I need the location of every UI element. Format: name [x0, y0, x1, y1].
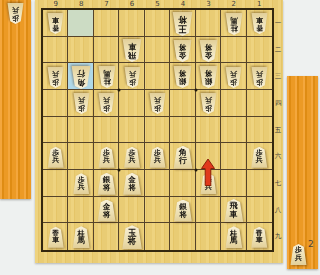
rank-label-3: 三 — [274, 63, 283, 90]
cell-5i[interactable] — [145, 223, 170, 250]
file-label-9: 9 — [43, 0, 68, 9]
piece-kanji: 行 — [77, 69, 85, 77]
cell-8f[interactable] — [68, 143, 93, 170]
sente-hand-pawn-count: 2 — [308, 239, 314, 249]
piece-kanji: 兵 — [154, 97, 161, 104]
rank-label-8: 八 — [274, 197, 283, 224]
cell-2e[interactable] — [221, 117, 246, 144]
piece-kanji: 将 — [179, 70, 187, 78]
cell-9e[interactable] — [43, 117, 68, 144]
piece-kanji: 兵 — [78, 184, 85, 191]
cell-2d[interactable] — [221, 90, 246, 117]
cell-9b[interactable] — [43, 37, 68, 64]
cell-3i[interactable] — [196, 223, 221, 250]
rank-label-2: 二 — [274, 37, 283, 64]
cell-8e[interactable] — [68, 117, 93, 144]
piece-kanji: 兵 — [256, 157, 263, 164]
piece-kanji: 香 — [256, 24, 263, 31]
piece-kanji: 歩 — [230, 77, 237, 84]
cell-5c[interactable] — [145, 63, 170, 90]
star-point — [118, 89, 121, 92]
piece-kanji: 銀 — [179, 77, 187, 85]
piece-kanji: 兵 — [256, 70, 263, 77]
piece-kanji: 将 — [179, 15, 188, 24]
cell-8h[interactable] — [68, 197, 93, 224]
piece-角行-8c[interactable]: 角行 — [71, 66, 91, 89]
star-point — [118, 169, 121, 172]
rank-label-4: 四 — [274, 90, 283, 117]
piece-歩兵-6f[interactable]: 歩兵 — [124, 147, 141, 168]
piece-飛車-2h[interactable]: 飛車 — [224, 199, 244, 222]
rank-label-7: 七 — [274, 170, 283, 197]
cell-1h[interactable] — [247, 197, 272, 224]
file-label-4: 4 — [170, 0, 195, 9]
piece-kanji: 車 — [52, 237, 59, 244]
piece-香車-9a[interactable]: 香車 — [47, 13, 64, 34]
piece-香車-1a[interactable]: 香車 — [251, 13, 268, 34]
piece-kanji: 兵 — [295, 255, 302, 262]
cell-4e[interactable] — [170, 117, 195, 144]
piece-銀将-3c[interactable]: 銀将 — [199, 66, 218, 88]
piece-kanji: 将 — [205, 43, 213, 51]
rank-label-6: 六 — [274, 143, 283, 170]
piece-kanji: 将 — [205, 70, 213, 78]
cell-9d[interactable] — [43, 90, 68, 117]
cell-2b[interactable] — [221, 37, 246, 64]
rank-label-1: 一 — [274, 10, 283, 37]
piece-kanji: 将 — [179, 43, 187, 51]
piece-kanji: 歩 — [52, 77, 59, 84]
piece-kanji: 角 — [77, 77, 85, 85]
shogi-app: 987654321一二三四五六七八九香車王将桂馬香車飛車金将金将歩兵角行桂馬歩兵… — [0, 0, 320, 275]
piece-kanji: 歩 — [12, 14, 19, 21]
cell-6h[interactable] — [119, 197, 144, 224]
piece-桂馬-2a[interactable]: 桂馬 — [225, 13, 243, 35]
cell-2f[interactable] — [221, 143, 246, 170]
cell-8b[interactable] — [68, 37, 93, 64]
piece-kanji: 兵 — [205, 97, 212, 104]
piece-kanji: 兵 — [52, 157, 59, 164]
cell-6d[interactable] — [119, 90, 144, 117]
piece-kanji: 馬 — [230, 237, 238, 245]
piece-kanji: 兵 — [129, 70, 136, 77]
piece-kanji: 兵 — [12, 6, 19, 13]
cell-5b[interactable] — [145, 37, 170, 64]
piece-kanji: 兵 — [52, 70, 59, 77]
piece-kanji: 歩 — [103, 104, 110, 111]
piece-金将-7h[interactable]: 金将 — [97, 200, 116, 222]
piece-桂馬-2i[interactable]: 桂馬 — [225, 226, 243, 248]
cell-7a[interactable] — [94, 10, 119, 37]
piece-kanji: 将 — [128, 184, 136, 192]
piece-歩兵-2c[interactable]: 歩兵 — [225, 67, 242, 88]
cell-3e[interactable] — [196, 117, 221, 144]
piece-香車-9i[interactable]: 香車 — [47, 227, 64, 248]
cell-3a[interactable] — [196, 10, 221, 37]
cell-1e[interactable] — [247, 117, 272, 144]
piece-歩兵-5d[interactable]: 歩兵 — [149, 93, 166, 114]
rank-label-5: 五 — [274, 117, 283, 144]
piece-kanji: 将 — [103, 211, 111, 219]
cell-9h[interactable] — [43, 197, 68, 224]
piece-kanji: 王 — [179, 24, 188, 33]
piece-kanji: 車 — [52, 17, 59, 24]
cell-7e[interactable] — [94, 117, 119, 144]
piece-歩兵-9c[interactable]: 歩兵 — [47, 67, 64, 88]
cell-4d[interactable] — [170, 90, 195, 117]
file-label-8: 8 — [68, 0, 93, 9]
piece-歩兵-8g[interactable]: 歩兵 — [73, 173, 90, 194]
piece-歩兵-8d[interactable]: 歩兵 — [73, 93, 90, 114]
cell-7b[interactable] — [94, 37, 119, 64]
piece-桂馬-8i[interactable]: 桂馬 — [72, 226, 90, 248]
file-label-7: 7 — [94, 0, 119, 9]
file-label-6: 6 — [119, 0, 144, 9]
file-label-1: 1 — [247, 0, 272, 9]
piece-kanji: 馬 — [230, 16, 238, 24]
piece-kanji: 車 — [230, 211, 238, 219]
piece-kanji: 車 — [256, 237, 263, 244]
cell-4g[interactable] — [170, 170, 195, 197]
piece-kanji: 桂 — [103, 77, 111, 85]
piece-kanji: 歩 — [78, 104, 85, 111]
piece-kanji: 行 — [179, 157, 187, 165]
piece-kanji: 飛 — [128, 51, 136, 59]
cell-5g[interactable] — [145, 170, 170, 197]
piece-歩兵-6c[interactable]: 歩兵 — [124, 67, 141, 88]
piece-kanji: 歩 — [205, 104, 212, 111]
cell-2g[interactable] — [221, 170, 246, 197]
piece-kanji: 将 — [128, 237, 137, 246]
piece-kanji: 香 — [52, 24, 59, 31]
star-point — [194, 169, 197, 172]
cell-6a[interactable] — [119, 10, 144, 37]
piece-kanji: 馬 — [103, 70, 111, 78]
piece-香車-1i[interactable]: 香車 — [251, 227, 268, 248]
file-label-5: 5 — [145, 0, 170, 9]
cell-7i[interactable] — [94, 223, 119, 250]
cell-1g[interactable] — [247, 170, 272, 197]
piece-銀将-4c[interactable]: 銀将 — [173, 66, 192, 88]
piece-歩兵-gote-hand[interactable]: 歩兵 — [7, 3, 24, 24]
cell-6e[interactable] — [119, 117, 144, 144]
piece-歩兵-5f[interactable]: 歩兵 — [149, 147, 166, 168]
piece-kanji: 兵 — [230, 70, 237, 77]
piece-kanji: 兵 — [103, 157, 110, 164]
piece-金将-3b[interactable]: 金将 — [199, 40, 218, 62]
piece-kanji: 歩 — [154, 104, 161, 111]
piece-kanji: 車 — [256, 17, 263, 24]
piece-歩兵-1f[interactable]: 歩兵 — [251, 147, 268, 168]
cell-9g[interactable] — [43, 170, 68, 197]
piece-kanji: 銀 — [205, 77, 213, 85]
piece-銀将-4h[interactable]: 銀将 — [173, 200, 192, 222]
cell-5h[interactable] — [145, 197, 170, 224]
cell-4i[interactable] — [170, 223, 195, 250]
piece-kanji: 兵 — [154, 157, 161, 164]
piece-歩兵-9f[interactable]: 歩兵 — [47, 147, 64, 168]
move-from-square[interactable] — [68, 10, 93, 37]
piece-歩兵-1c[interactable]: 歩兵 — [251, 67, 268, 88]
rank-label-9: 九 — [274, 223, 283, 250]
piece-銀将-7g[interactable]: 銀将 — [97, 173, 116, 195]
piece-歩兵-3d[interactable]: 歩兵 — [200, 93, 217, 114]
piece-桂馬-7c[interactable]: 桂馬 — [98, 66, 116, 88]
piece-kanji: 馬 — [77, 237, 85, 245]
cell-3h[interactable] — [196, 197, 221, 224]
piece-玉将-6i[interactable]: 玉将 — [122, 225, 143, 249]
piece-歩兵-7f[interactable]: 歩兵 — [98, 147, 115, 168]
piece-kanji: 歩 — [129, 77, 136, 84]
piece-kanji: 歩 — [256, 77, 263, 84]
piece-金将-6g[interactable]: 金将 — [123, 173, 142, 195]
cell-5e[interactable] — [145, 117, 170, 144]
cell-1d[interactable] — [247, 90, 272, 117]
gote-captured-stand — [0, 0, 31, 199]
file-label-2: 2 — [221, 0, 246, 9]
piece-kanji: 兵 — [103, 97, 110, 104]
piece-kanji: 兵 — [78, 97, 85, 104]
cell-1b[interactable] — [247, 37, 272, 64]
piece-歩兵-7d[interactable]: 歩兵 — [98, 93, 115, 114]
cell-5a[interactable] — [145, 10, 170, 37]
piece-kanji: 将 — [103, 184, 111, 192]
star-point — [194, 89, 197, 92]
piece-kanji: 兵 — [129, 157, 136, 164]
file-label-3: 3 — [196, 0, 221, 9]
piece-王将-4a[interactable]: 王将 — [172, 12, 193, 36]
piece-kanji: 将 — [179, 211, 187, 219]
piece-金将-4b[interactable]: 金将 — [173, 40, 192, 62]
piece-歩兵-sente-hand[interactable]: 歩兵 — [290, 244, 307, 265]
piece-kanji: 車 — [128, 42, 136, 50]
move-arrow-up-icon — [201, 159, 215, 186]
piece-角行-4f[interactable]: 角行 — [173, 146, 193, 169]
piece-飛車-6b[interactable]: 飛車 — [122, 39, 142, 62]
